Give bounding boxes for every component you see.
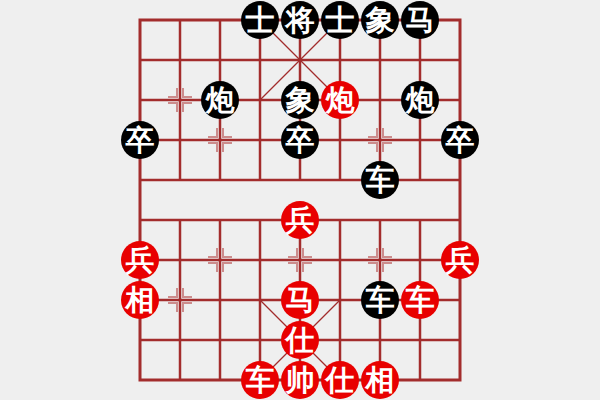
marker-corner	[288, 262, 298, 272]
marker-corner	[382, 262, 392, 272]
point-marker	[208, 128, 232, 152]
piece-black-pawn[interactable]: 卒	[441, 121, 479, 159]
marker-corner	[368, 262, 378, 272]
point-marker	[168, 288, 192, 312]
marker-corner	[182, 302, 192, 312]
piece-red-advisor[interactable]: 仕	[321, 361, 359, 399]
marker-corner	[222, 248, 232, 258]
marker-corner	[382, 128, 392, 138]
marker-corner	[222, 128, 232, 138]
piece-black-chariot[interactable]: 车	[361, 281, 399, 319]
piece-red-pawn[interactable]: 兵	[441, 241, 479, 279]
board-points[interactable]: 士将士象马炮象炮炮卒卒卒车兵兵兵相马车车仕车帅仕相	[120, 0, 480, 400]
piece-black-elephant[interactable]: 象	[361, 1, 399, 39]
marker-corner	[208, 262, 218, 272]
point-marker	[368, 248, 392, 272]
marker-corner	[302, 262, 312, 272]
marker-corner	[302, 248, 312, 258]
piece-black-chariot[interactable]: 车	[361, 161, 399, 199]
piece-black-advisor[interactable]: 士	[321, 1, 359, 39]
point-marker	[368, 128, 392, 152]
xiangqi-board: 士将士象马炮象炮炮卒卒卒车兵兵兵相马车车仕车帅仕相	[0, 0, 600, 400]
piece-red-pawn[interactable]: 兵	[121, 241, 159, 279]
point-marker	[208, 248, 232, 272]
piece-black-pawn[interactable]: 卒	[121, 121, 159, 159]
piece-red-horse[interactable]: 马	[281, 281, 319, 319]
marker-corner	[382, 248, 392, 258]
marker-corner	[382, 142, 392, 152]
marker-corner	[168, 102, 178, 112]
point-marker	[168, 88, 192, 112]
marker-corner	[208, 142, 218, 152]
piece-black-pawn[interactable]: 卒	[281, 121, 319, 159]
piece-black-general[interactable]: 将	[281, 1, 319, 39]
piece-black-cannon[interactable]: 炮	[201, 81, 239, 119]
piece-red-pawn[interactable]: 兵	[281, 201, 319, 239]
piece-black-horse[interactable]: 马	[401, 1, 439, 39]
marker-corner	[182, 88, 192, 98]
piece-red-general[interactable]: 帅	[281, 361, 319, 399]
marker-corner	[182, 288, 192, 298]
piece-black-advisor[interactable]: 士	[241, 1, 279, 39]
piece-red-cannon[interactable]: 炮	[321, 81, 359, 119]
piece-red-elephant[interactable]: 相	[121, 281, 159, 319]
marker-corner	[168, 302, 178, 312]
marker-corner	[168, 288, 178, 298]
marker-corner	[368, 248, 378, 258]
piece-black-cannon[interactable]: 炮	[401, 81, 439, 119]
marker-corner	[208, 128, 218, 138]
marker-corner	[168, 88, 178, 98]
point-marker	[288, 248, 312, 272]
marker-corner	[222, 262, 232, 272]
piece-red-chariot[interactable]: 车	[401, 281, 439, 319]
marker-corner	[288, 248, 298, 258]
marker-corner	[208, 248, 218, 258]
marker-corner	[182, 102, 192, 112]
marker-corner	[222, 142, 232, 152]
piece-red-advisor[interactable]: 仕	[281, 321, 319, 359]
piece-black-elephant[interactable]: 象	[281, 81, 319, 119]
marker-corner	[368, 142, 378, 152]
marker-corner	[368, 128, 378, 138]
piece-red-elephant[interactable]: 相	[361, 361, 399, 399]
piece-red-chariot[interactable]: 车	[241, 361, 279, 399]
